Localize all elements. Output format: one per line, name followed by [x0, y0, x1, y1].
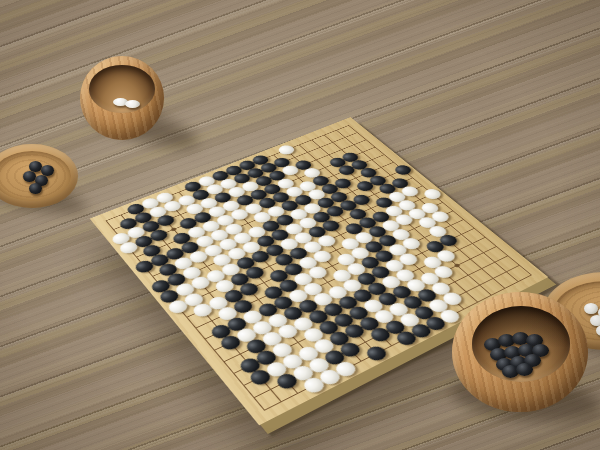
captured-black-stone [29, 183, 42, 194]
black-stone-bowl [452, 292, 588, 412]
captured-white-stone [584, 303, 598, 314]
captured-white-stone [596, 325, 600, 336]
bowl-interior-shadow [472, 306, 570, 382]
black-bowl-opening [472, 306, 570, 382]
captured-white-stone [590, 315, 600, 326]
bowl-stone-white [125, 100, 140, 108]
black-lid-face [0, 151, 71, 201]
white-bowl-opening [89, 65, 155, 113]
white-stone-bowl [80, 56, 164, 140]
